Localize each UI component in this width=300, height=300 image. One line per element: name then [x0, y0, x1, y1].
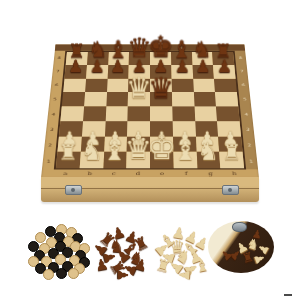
piece-black-pawn-f7: ♟: [174, 58, 189, 74]
square-h7: ♟: [213, 65, 235, 78]
watermark-dash: [284, 294, 292, 296]
square-f5: [172, 92, 194, 106]
square-f1: ♝: [173, 152, 197, 168]
piece-black-pawn-b7: ♟: [89, 58, 104, 74]
square-f4: [172, 106, 195, 121]
board-scene: hgfedcba 87654321 87654321 ♜♞♝♛♚♝♞♜♟♟♟♟♟…: [41, 8, 259, 178]
hinge-icon: [232, 222, 247, 232]
square-g4: [194, 106, 217, 121]
square-c1: ♝: [103, 152, 127, 168]
thumbnail-checkers: [26, 222, 90, 280]
thumbnail-storage: ♟♞♟♟♜♟♟♟: [208, 221, 274, 273]
rank-label-right-5: 5: [239, 92, 252, 107]
square-d1: ♛: [126, 152, 150, 168]
pile-piece-pawn: ♟: [177, 268, 192, 282]
checker-disc: [68, 268, 79, 279]
rank-label-right-2: 2: [243, 137, 256, 153]
square-e1: ♚: [150, 152, 174, 168]
rank-label-right-1: 1: [245, 153, 259, 170]
checker-disc: [43, 269, 54, 280]
square-a5: [62, 92, 85, 106]
piece-white-knight-g1: ♞: [197, 140, 219, 163]
square-c5: [106, 92, 128, 106]
square-a4: [60, 106, 83, 121]
square-g5: [193, 92, 216, 106]
square-b4: [83, 106, 106, 121]
piece-black-queen-e5: ♛: [148, 75, 174, 102]
square-g6: [193, 78, 215, 92]
piece-white-queen-d1: ♛: [125, 134, 152, 163]
piece-black-pawn-a7: ♟: [68, 58, 83, 74]
stored-piece-pawn: ♟: [252, 252, 267, 266]
rank-label-right-4: 4: [240, 106, 253, 121]
pile-piece-pawn: ♟: [116, 269, 130, 282]
piece-white-knight-b1: ♞: [80, 140, 102, 163]
square-g7: ♟: [192, 65, 214, 78]
piece-white-bishop-c1: ♝: [103, 138, 127, 163]
square-f7: ♟: [171, 65, 193, 78]
square-b1: ♞: [79, 152, 103, 168]
piece-white-rook-a1: ♜: [58, 142, 77, 163]
thumbnail-light-pieces: ♟♝♟♟♛♝♟♟♞♟♜♟♟♝♟: [153, 224, 207, 282]
chess-board: hgfedcba 87654321 87654321 ♜♞♝♛♚♝♞♜♟♟♟♟♟…: [41, 44, 259, 178]
square-e4: [150, 106, 172, 121]
rank-label-right-8: 8: [235, 51, 247, 64]
piece-black-pawn-c7: ♟: [110, 58, 125, 74]
square-a7: ♟: [64, 65, 86, 78]
square-f6: [171, 78, 193, 92]
latch-right-icon: [222, 185, 239, 195]
square-a1: ♜: [56, 152, 81, 168]
square-g1: ♞: [196, 152, 220, 168]
piece-black-pawn-h7: ♟: [217, 58, 232, 74]
square-h6: [214, 78, 237, 92]
square-b6: [85, 78, 107, 92]
latch-left-icon: [65, 185, 82, 195]
square-a6: [63, 78, 86, 92]
square-h1: ♜: [219, 152, 244, 168]
checker-disc: [56, 268, 67, 279]
square-e5: ♛: [150, 92, 172, 106]
square-h5: [215, 92, 238, 106]
square-b5: [84, 92, 107, 106]
box-side: [41, 177, 259, 202]
square-d5: ♛: [128, 92, 150, 106]
rank-label-right-3: 3: [242, 121, 255, 137]
pile-piece-bishop: ♝: [194, 257, 211, 275]
piece-black-pawn-g7: ♟: [196, 58, 211, 74]
product-photo: hgfedcba 87654321 87654321 ♜♞♝♛♚♝♞♜♟♟♟♟♟…: [0, 0, 300, 300]
thumbnail-dark-pieces: ♟♜♟♟♞♝♜♟♟♞♟♜♟♟♟: [92, 224, 146, 282]
rank-label-right-6: 6: [237, 78, 249, 92]
piece-white-rook-h1: ♜: [222, 142, 241, 163]
square-h4: [216, 106, 239, 121]
rank-label-right-7: 7: [236, 64, 248, 78]
stored-piece-pawn: ♟: [251, 228, 263, 241]
square-d4: [128, 106, 150, 121]
piece-white-bishop-f1: ♝: [173, 138, 197, 163]
pile-piece-pawn: ♟: [132, 257, 149, 275]
square-b7: ♟: [86, 65, 108, 78]
squares-grid: ♜♞♝♛♚♝♞♜♟♟♟♟♟♟♟♟♛♛♟♟♟♟♟♟♟♟♜♞♝♛♚♝♞♜: [54, 51, 246, 170]
square-c4: [105, 106, 128, 121]
